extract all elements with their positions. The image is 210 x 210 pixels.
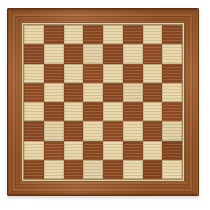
square-h2[interactable] (162, 141, 182, 160)
square-e4[interactable] (103, 102, 123, 121)
square-f7[interactable] (123, 44, 143, 63)
square-f5[interactable] (123, 83, 143, 102)
square-f2[interactable] (123, 141, 143, 160)
square-f3[interactable] (123, 121, 143, 140)
square-c3[interactable] (64, 121, 84, 140)
square-b7[interactable] (44, 44, 64, 63)
square-g6[interactable] (143, 64, 163, 83)
square-b8[interactable] (44, 25, 64, 44)
square-g7[interactable] (143, 44, 163, 63)
square-b3[interactable] (44, 121, 64, 140)
square-a4[interactable] (24, 102, 44, 121)
square-g1[interactable] (143, 160, 163, 179)
board-frame-right-rail (185, 9, 198, 195)
square-g3[interactable] (143, 121, 163, 140)
board-frame-left-rail (8, 9, 21, 195)
square-e2[interactable] (103, 141, 123, 160)
square-c6[interactable] (64, 64, 84, 83)
square-a3[interactable] (24, 121, 44, 140)
square-b2[interactable] (44, 141, 64, 160)
square-e6[interactable] (103, 64, 123, 83)
square-h8[interactable] (162, 25, 182, 44)
square-b1[interactable] (44, 160, 64, 179)
square-c1[interactable] (64, 160, 84, 179)
square-a6[interactable] (24, 64, 44, 83)
square-d5[interactable] (83, 83, 103, 102)
square-b5[interactable] (44, 83, 64, 102)
chess-board (7, 8, 199, 196)
square-d8[interactable] (83, 25, 103, 44)
square-e8[interactable] (103, 25, 123, 44)
square-g2[interactable] (143, 141, 163, 160)
square-e7[interactable] (103, 44, 123, 63)
square-a8[interactable] (24, 25, 44, 44)
square-d4[interactable] (83, 102, 103, 121)
board-squares-grid (24, 25, 182, 179)
square-d6[interactable] (83, 64, 103, 83)
square-d1[interactable] (83, 160, 103, 179)
square-a1[interactable] (24, 160, 44, 179)
square-a5[interactable] (24, 83, 44, 102)
square-h3[interactable] (162, 121, 182, 140)
square-b6[interactable] (44, 64, 64, 83)
square-a7[interactable] (24, 44, 44, 63)
square-b4[interactable] (44, 102, 64, 121)
square-h6[interactable] (162, 64, 182, 83)
square-h1[interactable] (162, 160, 182, 179)
square-f6[interactable] (123, 64, 143, 83)
square-g4[interactable] (143, 102, 163, 121)
square-f8[interactable] (123, 25, 143, 44)
square-f1[interactable] (123, 160, 143, 179)
square-a2[interactable] (24, 141, 44, 160)
product-photo (0, 0, 210, 210)
square-c5[interactable] (64, 83, 84, 102)
square-h4[interactable] (162, 102, 182, 121)
square-h7[interactable] (162, 44, 182, 63)
square-c2[interactable] (64, 141, 84, 160)
square-e3[interactable] (103, 121, 123, 140)
square-d3[interactable] (83, 121, 103, 140)
square-d2[interactable] (83, 141, 103, 160)
square-c7[interactable] (64, 44, 84, 63)
square-e1[interactable] (103, 160, 123, 179)
square-f4[interactable] (123, 102, 143, 121)
square-g8[interactable] (143, 25, 163, 44)
board-pinstripe-border (21, 22, 185, 182)
square-h5[interactable] (162, 83, 182, 102)
square-e5[interactable] (103, 83, 123, 102)
square-g5[interactable] (143, 83, 163, 102)
square-d7[interactable] (83, 44, 103, 63)
square-c4[interactable] (64, 102, 84, 121)
square-c8[interactable] (64, 25, 84, 44)
